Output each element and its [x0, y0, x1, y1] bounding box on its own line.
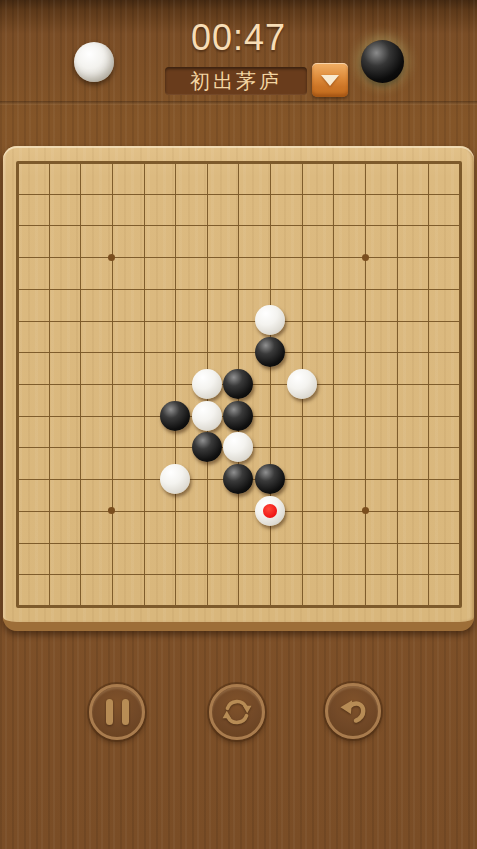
stone-white	[160, 464, 190, 494]
stone-white	[255, 496, 285, 526]
star-point	[362, 254, 369, 261]
undo-icon	[336, 694, 370, 728]
level-select[interactable]: 初出茅庐	[165, 67, 307, 95]
star-point	[108, 254, 115, 261]
stone-black	[192, 432, 222, 462]
board-panel	[3, 146, 474, 631]
stone-black	[160, 401, 190, 431]
stone-white	[223, 432, 253, 462]
pause-icon	[106, 699, 129, 725]
star-point	[362, 507, 369, 514]
stone-white	[192, 401, 222, 431]
stone-black	[255, 337, 285, 367]
stone-black	[223, 369, 253, 399]
restart-button[interactable]	[209, 684, 265, 740]
pause-button[interactable]	[89, 684, 145, 740]
gomoku-app: { "game": "gomoku (five-in-a-row), 15x15…	[0, 0, 477, 849]
chevron-down-icon	[321, 75, 339, 86]
level-dropdown-button[interactable]	[312, 63, 348, 97]
stone-black	[255, 464, 285, 494]
star-point	[108, 507, 115, 514]
stone-white	[192, 369, 222, 399]
black-player-stone	[361, 40, 404, 83]
stone-black	[223, 401, 253, 431]
goban-grid[interactable]	[1, 146, 476, 622]
wood-plank-seam	[0, 101, 477, 105]
stone-black	[223, 464, 253, 494]
level-label: 初出茅庐	[190, 68, 282, 95]
game-timer: 00:47	[0, 17, 477, 59]
stone-white	[287, 369, 317, 399]
last-move-marker	[263, 504, 277, 518]
undo-button[interactable]	[325, 683, 381, 739]
stone-white	[255, 305, 285, 335]
restart-icon	[220, 695, 254, 729]
